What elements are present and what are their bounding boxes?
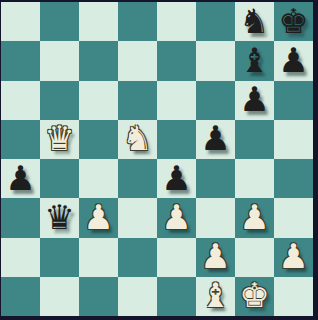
square-a7[interactable]	[1, 41, 40, 80]
square-c6[interactable]	[79, 81, 118, 120]
chess-board: ♞♚♝♟♟♛♞♟♟♟♛♟♟♟♟♟♝♚	[1, 2, 313, 316]
piece-white-knight: ♞	[122, 121, 152, 155]
piece-black-bishop: ♝	[239, 43, 269, 77]
square-d4[interactable]	[118, 159, 157, 198]
piece-black-pawn: ♟	[161, 161, 191, 195]
square-d6[interactable]	[118, 81, 157, 120]
piece-black-knight: ♞	[239, 4, 269, 38]
square-h7[interactable]: ♟	[274, 41, 313, 80]
square-d3[interactable]	[118, 198, 157, 237]
square-c8[interactable]	[79, 2, 118, 41]
square-f1[interactable]: ♝	[196, 277, 235, 316]
square-g8[interactable]: ♞	[235, 2, 274, 41]
square-b3[interactable]: ♛	[40, 198, 79, 237]
square-a8[interactable]	[1, 2, 40, 41]
square-g2[interactable]	[235, 238, 274, 277]
square-e2[interactable]	[157, 238, 196, 277]
square-g7[interactable]: ♝	[235, 41, 274, 80]
square-h8[interactable]: ♚	[274, 2, 313, 41]
square-f5[interactable]: ♟	[196, 120, 235, 159]
square-a3[interactable]	[1, 198, 40, 237]
piece-black-queen: ♛	[44, 200, 74, 234]
square-f7[interactable]	[196, 41, 235, 80]
square-b4[interactable]	[40, 159, 79, 198]
square-h3[interactable]	[274, 198, 313, 237]
square-g4[interactable]	[235, 159, 274, 198]
square-f4[interactable]	[196, 159, 235, 198]
square-b8[interactable]	[40, 2, 79, 41]
square-e8[interactable]	[157, 2, 196, 41]
square-d2[interactable]	[118, 238, 157, 277]
square-c3[interactable]: ♟	[79, 198, 118, 237]
chess-app-window: ♞♚♝♟♟♛♞♟♟♟♛♟♟♟♟♟♝♚	[0, 0, 318, 320]
piece-white-king: ♚	[239, 278, 269, 312]
piece-black-king: ♚	[278, 4, 308, 38]
square-d7[interactable]	[118, 41, 157, 80]
square-g5[interactable]	[235, 120, 274, 159]
piece-white-queen: ♛	[44, 121, 74, 155]
square-h2[interactable]: ♟	[274, 238, 313, 277]
square-h5[interactable]	[274, 120, 313, 159]
square-h4[interactable]	[274, 159, 313, 198]
square-h6[interactable]	[274, 81, 313, 120]
square-d5[interactable]: ♞	[118, 120, 157, 159]
piece-white-bishop: ♝	[200, 278, 230, 312]
square-c2[interactable]	[79, 238, 118, 277]
square-c4[interactable]	[79, 159, 118, 198]
piece-black-pawn: ♟	[5, 161, 35, 195]
square-d8[interactable]	[118, 2, 157, 41]
square-f6[interactable]	[196, 81, 235, 120]
square-e3[interactable]: ♟	[157, 198, 196, 237]
square-c1[interactable]	[79, 277, 118, 316]
square-a4[interactable]: ♟	[1, 159, 40, 198]
square-g3[interactable]: ♟	[235, 198, 274, 237]
square-a2[interactable]	[1, 238, 40, 277]
piece-white-pawn: ♟	[200, 239, 230, 273]
square-a6[interactable]	[1, 81, 40, 120]
square-e4[interactable]: ♟	[157, 159, 196, 198]
square-e1[interactable]	[157, 277, 196, 316]
square-d1[interactable]	[118, 277, 157, 316]
square-b7[interactable]	[40, 41, 79, 80]
square-b6[interactable]	[40, 81, 79, 120]
square-c7[interactable]	[79, 41, 118, 80]
piece-white-pawn: ♟	[239, 200, 269, 234]
piece-white-pawn: ♟	[83, 200, 113, 234]
piece-black-pawn: ♟	[200, 121, 230, 155]
square-b1[interactable]	[40, 277, 79, 316]
square-g1[interactable]: ♚	[235, 277, 274, 316]
square-e6[interactable]	[157, 81, 196, 120]
square-e5[interactable]	[157, 120, 196, 159]
square-b2[interactable]	[40, 238, 79, 277]
square-h1[interactable]	[274, 277, 313, 316]
square-a5[interactable]	[1, 120, 40, 159]
piece-black-pawn: ♟	[278, 43, 308, 77]
piece-black-pawn: ♟	[239, 82, 269, 116]
square-e7[interactable]	[157, 41, 196, 80]
square-b5[interactable]: ♛	[40, 120, 79, 159]
piece-white-pawn: ♟	[161, 200, 191, 234]
piece-white-pawn: ♟	[278, 239, 308, 273]
square-a1[interactable]	[1, 277, 40, 316]
square-f8[interactable]	[196, 2, 235, 41]
square-c5[interactable]	[79, 120, 118, 159]
square-f3[interactable]	[196, 198, 235, 237]
square-f2[interactable]: ♟	[196, 238, 235, 277]
square-g6[interactable]: ♟	[235, 81, 274, 120]
